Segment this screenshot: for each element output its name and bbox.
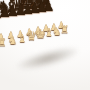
piece-black-r: ♜ bbox=[37, 0, 55, 10]
piece-black-p: ♟ bbox=[0, 5, 13, 19]
piece-white-r: ♜ bbox=[0, 38, 8, 48]
piece-black-p: ♟ bbox=[34, 0, 50, 14]
piece-black-r: ♜ bbox=[0, 1, 5, 17]
piece-black-p: ♟ bbox=[20, 2, 36, 16]
piece-black-q: ♛ bbox=[8, 0, 30, 14]
piece-black-k: ♚ bbox=[15, 0, 38, 13]
piece-black-n: ♞ bbox=[30, 0, 49, 11]
piece-black-n: ♞ bbox=[0, 0, 13, 16]
piece-white-n: ♞ bbox=[6, 35, 19, 46]
piece-white-k: ♚ bbox=[33, 28, 48, 41]
piece-black-p: ♟ bbox=[5, 4, 21, 18]
piece-black-b: ♝ bbox=[23, 0, 43, 12]
piece-white-p: ♟ bbox=[32, 26, 43, 35]
chess-set-photo: ♜♞♝♚♟♛♟♝♟♞♟♜♟♟♟♟♟♟♟♜♟♞♟♝♟♚♟♛♟♝♞♜ bbox=[0, 0, 90, 90]
piece-black-p: ♟ bbox=[0, 6, 4, 20]
piece-white-p: ♟ bbox=[24, 28, 35, 37]
piece-white-p: ♟ bbox=[41, 24, 52, 33]
piece-black-p: ♟ bbox=[40, 0, 56, 13]
piece-white-p: ♟ bbox=[15, 30, 26, 39]
piece-black-b: ♝ bbox=[2, 0, 22, 15]
piece-white-p: ♟ bbox=[5, 31, 16, 40]
piece-white-p: ♟ bbox=[48, 23, 59, 32]
pieces-layer: ♜♞♝♚♟♛♟♝♟♞♟♜♟♟♟♟♟♟♟♜♟♞♟♝♟♚♟♛♟♝♞♜ bbox=[0, 0, 90, 90]
piece-white-p: ♟ bbox=[0, 33, 6, 42]
piece-black-p: ♟ bbox=[27, 1, 43, 15]
piece-black-p: ♟ bbox=[13, 3, 29, 17]
piece-white-n: ♞ bbox=[51, 26, 64, 37]
piece-white-b: ♝ bbox=[42, 27, 55, 38]
piece-white-q: ♛ bbox=[25, 30, 39, 42]
piece-white-p: ♟ bbox=[56, 21, 67, 30]
piece-white-b: ♝ bbox=[16, 33, 29, 44]
piece-white-r: ♜ bbox=[58, 25, 70, 35]
